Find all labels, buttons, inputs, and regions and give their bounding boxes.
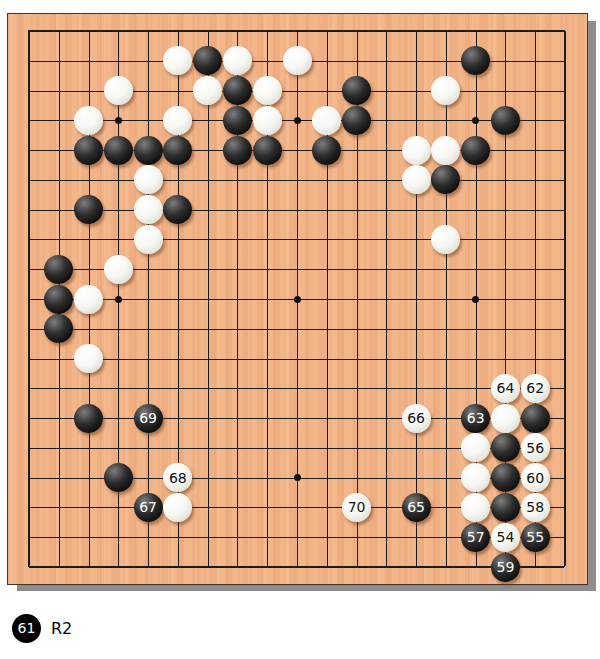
go-stone-black[interactable] [193, 46, 222, 75]
move-number: 57 [467, 530, 485, 544]
grid-line-vertical [565, 31, 566, 566]
move-caption: 61 R2 [12, 613, 72, 643]
go-stone-black[interactable]: 63 [461, 404, 490, 433]
go-stone-white[interactable]: 60 [521, 463, 550, 492]
move-number: 56 [526, 441, 544, 455]
go-stone-black[interactable] [104, 136, 133, 165]
go-stone-white[interactable]: 68 [163, 463, 192, 492]
star-point [115, 296, 122, 303]
move-number: 67 [139, 500, 157, 514]
go-stone-black[interactable] [44, 255, 73, 284]
grid-line-vertical [386, 31, 387, 566]
go-stone-black[interactable] [223, 136, 252, 165]
go-stone-white[interactable] [431, 225, 460, 254]
move-number: 55 [526, 530, 544, 544]
go-stone-white[interactable]: 62 [521, 374, 550, 403]
go-stone-black[interactable]: 69 [134, 404, 163, 433]
go-stone-black[interactable] [44, 285, 73, 314]
go-stone-black[interactable] [163, 195, 192, 224]
star-point [294, 296, 301, 303]
go-stone-black[interactable] [461, 136, 490, 165]
go-stone-white[interactable] [163, 106, 192, 135]
move-number: 59 [497, 560, 515, 574]
go-stone-white[interactable]: 66 [402, 404, 431, 433]
grid-line-horizontal [29, 359, 564, 360]
go-stone-black[interactable] [491, 106, 520, 135]
move-number: 64 [497, 381, 515, 395]
go-stone-black[interactable] [342, 76, 371, 105]
go-stone-white[interactable]: 58 [521, 493, 550, 522]
move-number: 62 [526, 381, 544, 395]
go-stone-black[interactable] [134, 136, 163, 165]
move-number: 70 [348, 500, 366, 514]
star-point [294, 474, 301, 481]
go-stone-white[interactable] [431, 136, 460, 165]
go-stone-black[interactable] [342, 106, 371, 135]
go-stone-white[interactable]: 70 [342, 493, 371, 522]
go-stone-black[interactable] [491, 463, 520, 492]
go-stone-black[interactable]: 55 [521, 523, 550, 552]
go-stone-white[interactable]: 64 [491, 374, 520, 403]
move-number: 54 [497, 530, 515, 544]
go-stone-black[interactable] [44, 314, 73, 343]
go-stone-white[interactable] [461, 493, 490, 522]
go-stone-black[interactable] [312, 136, 341, 165]
go-stone-white[interactable] [253, 76, 282, 105]
go-stone-white[interactable] [491, 404, 520, 433]
go-stone-black[interactable] [521, 404, 550, 433]
go-stone-black[interactable] [74, 136, 103, 165]
go-stone-white[interactable] [431, 76, 460, 105]
go-stone-white[interactable] [134, 165, 163, 194]
go-stone-black[interactable] [491, 433, 520, 462]
go-stone-black[interactable] [163, 136, 192, 165]
go-stone-black[interactable] [461, 46, 490, 75]
go-stone-white[interactable] [163, 46, 192, 75]
go-stone-white[interactable] [74, 344, 103, 373]
go-stone-white[interactable]: 56 [521, 433, 550, 462]
go-stone-white[interactable] [402, 136, 431, 165]
move-number: 68 [169, 471, 187, 485]
star-point [115, 117, 122, 124]
go-stone-white[interactable] [104, 76, 133, 105]
go-stone-white[interactable] [283, 46, 312, 75]
star-point [472, 296, 479, 303]
grid-line-vertical [416, 31, 417, 566]
go-stone-white[interactable] [74, 106, 103, 135]
go-stone-white[interactable] [193, 76, 222, 105]
go-stone-black[interactable] [223, 106, 252, 135]
move-number: 63 [467, 411, 485, 425]
go-stone-white[interactable] [134, 195, 163, 224]
goban-grid[interactable]: 64626966635668606770655857545559 [28, 30, 565, 567]
go-stone-white[interactable] [74, 285, 103, 314]
grid-line-vertical [446, 31, 447, 566]
go-stone-white[interactable]: 54 [491, 523, 520, 552]
go-stone-white[interactable] [104, 255, 133, 284]
go-stone-black[interactable]: 59 [491, 553, 520, 582]
go-stone-white[interactable] [163, 493, 192, 522]
go-stone-black[interactable] [431, 165, 460, 194]
go-stone-white[interactable] [312, 106, 341, 135]
move-number: 60 [526, 471, 544, 485]
move-number: 65 [407, 500, 425, 514]
move-number: 69 [139, 411, 157, 425]
star-point [472, 117, 479, 124]
go-stone-black[interactable] [74, 195, 103, 224]
move-number: 58 [526, 500, 544, 514]
go-stone-white[interactable] [402, 165, 431, 194]
go-stone-white[interactable] [253, 106, 282, 135]
go-stone-black[interactable] [253, 136, 282, 165]
go-stone-black[interactable] [491, 493, 520, 522]
go-stone-white[interactable] [223, 46, 252, 75]
caption-move-number: 61 [18, 621, 36, 635]
go-stone-white[interactable] [134, 225, 163, 254]
go-board[interactable]: 64626966635668606770655857545559 [7, 13, 588, 585]
go-stone-white[interactable] [461, 463, 490, 492]
grid-line-horizontal [29, 567, 564, 568]
go-stone-white[interactable] [461, 433, 490, 462]
caption-move-coord: R2 [51, 619, 72, 638]
go-stone-black[interactable] [104, 463, 133, 492]
go-stone-black[interactable]: 57 [461, 523, 490, 552]
go-diagram-page: { "game": "go", "board": { "size": 19, "… [0, 0, 600, 659]
grid-line-horizontal [29, 329, 564, 330]
grid-line-horizontal [29, 388, 564, 389]
caption-move-stone: 61 [12, 614, 41, 643]
go-stone-black[interactable]: 65 [402, 493, 431, 522]
go-stone-black[interactable] [223, 76, 252, 105]
move-number: 66 [407, 411, 425, 425]
go-stone-black[interactable] [74, 404, 103, 433]
star-point [294, 117, 301, 124]
go-stone-black[interactable]: 67 [134, 493, 163, 522]
